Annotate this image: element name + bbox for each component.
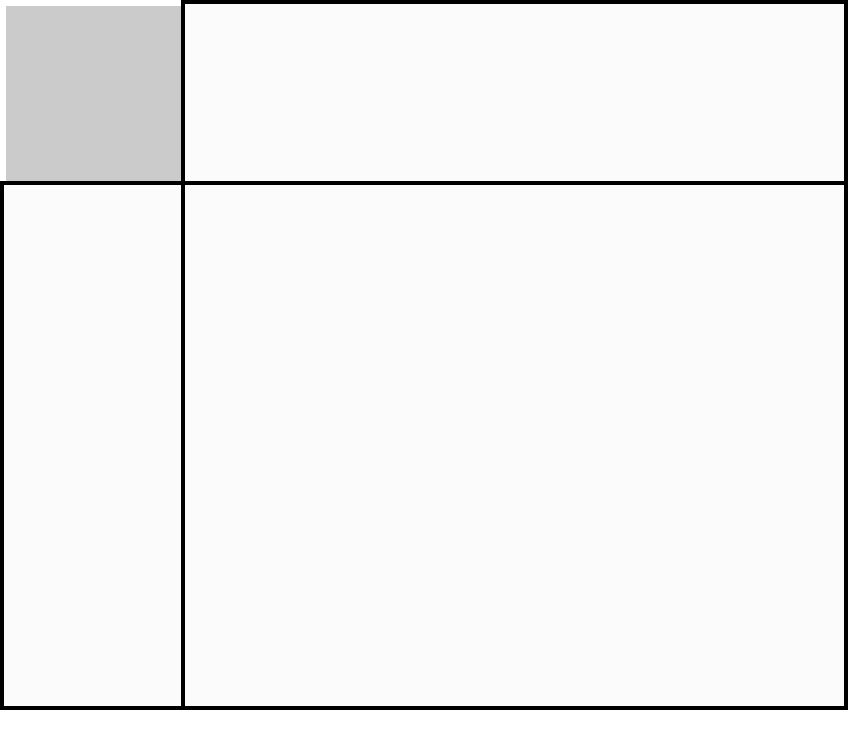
clue-corner: [0, 0, 185, 185]
row-clues-grid: [0, 185, 185, 710]
site-footer: [0, 714, 848, 736]
corner-gray-block: [6, 6, 181, 181]
column-clues-grid: [185, 0, 848, 185]
nonogram-board: [0, 0, 848, 736]
puzzle-grid[interactable]: [185, 185, 848, 710]
